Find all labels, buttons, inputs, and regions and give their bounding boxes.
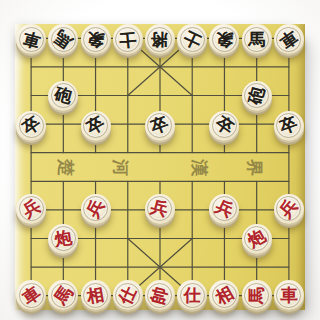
piece-character: 馬 <box>248 31 265 48</box>
board-point[interactable] <box>15 141 47 168</box>
board-point[interactable] <box>273 167 305 194</box>
piece-character: 馬 <box>51 27 75 51</box>
board-point[interactable] <box>15 167 47 194</box>
board-point[interactable] <box>112 194 144 224</box>
piece-character: 卒 <box>213 114 237 138</box>
piece-character: 將 <box>151 31 168 48</box>
board-point[interactable]: 士 <box>112 24 144 54</box>
piece-black-horse[interactable]: 馬 <box>48 24 78 54</box>
board-point[interactable] <box>241 254 273 281</box>
board-point[interactable] <box>208 167 240 194</box>
piece-red-advisor[interactable]: 仕 <box>177 280 207 310</box>
board-point[interactable] <box>144 81 176 111</box>
board-point[interactable]: 象 <box>79 24 111 54</box>
board-point[interactable] <box>79 224 111 254</box>
board-point[interactable]: 卒 <box>15 111 47 141</box>
board-point[interactable] <box>176 81 208 111</box>
xiangqi-board: 楚河 漢界 車馬象士將士象馬車砲砲卒卒卒卒卒兵兵兵兵兵炮炮車馬相仕帥仕相馬車 <box>15 24 305 310</box>
board-point[interactable]: 卒 <box>79 111 111 141</box>
piece-red-cannon[interactable]: 炮 <box>48 224 78 254</box>
piece-red-chariot[interactable]: 車 <box>16 280 46 310</box>
piece-black-elephant[interactable]: 象 <box>209 24 239 54</box>
piece-character: 士 <box>181 28 204 51</box>
board-point[interactable]: 仕 <box>176 280 208 310</box>
board-point[interactable] <box>144 254 176 281</box>
board-point[interactable] <box>47 254 79 281</box>
piece-character: 卒 <box>19 114 43 138</box>
board-point[interactable] <box>176 224 208 254</box>
piece-black-soldier[interactable]: 卒 <box>209 111 239 141</box>
board-point[interactable] <box>112 224 144 254</box>
board-point[interactable] <box>79 167 111 194</box>
board-point[interactable] <box>47 141 79 168</box>
piece-red-horse[interactable]: 馬 <box>242 280 272 310</box>
piece-character: 馬 <box>248 287 265 304</box>
board-point[interactable]: 砲 <box>241 81 273 111</box>
board-point[interactable]: 相 <box>208 280 240 310</box>
piece-character: 車 <box>19 283 43 307</box>
board-point[interactable] <box>47 167 79 194</box>
board-point[interactable] <box>144 167 176 194</box>
piece-red-cannon[interactable]: 炮 <box>242 224 272 254</box>
piece-black-advisor[interactable]: 士 <box>113 24 143 54</box>
board-point[interactable]: 兵 <box>273 194 305 224</box>
board-point[interactable] <box>47 194 79 224</box>
piece-red-horse[interactable]: 馬 <box>48 280 78 310</box>
board-point[interactable]: 兵 <box>144 194 176 224</box>
board-point[interactable]: 士 <box>176 24 208 54</box>
board-point[interactable] <box>15 254 47 281</box>
board-point[interactable] <box>112 141 144 168</box>
piece-character: 砲 <box>53 85 74 106</box>
piece-character: 車 <box>280 287 297 304</box>
board-point[interactable]: 車 <box>15 280 47 310</box>
piece-red-soldier[interactable]: 兵 <box>209 194 239 224</box>
board-point[interactable] <box>112 111 144 141</box>
piece-character: 卒 <box>149 115 171 137</box>
piece-red-soldier[interactable]: 兵 <box>145 194 175 224</box>
piece-black-soldier[interactable]: 卒 <box>145 111 175 141</box>
board-point[interactable] <box>176 111 208 141</box>
piece-character: 馬 <box>51 283 75 307</box>
piece-black-elephant[interactable]: 象 <box>81 24 111 54</box>
board-point[interactable] <box>15 54 47 81</box>
board-point[interactable] <box>15 81 47 111</box>
piece-character: 卒 <box>84 114 107 137</box>
board-point[interactable]: 象 <box>208 24 240 54</box>
piece-character: 兵 <box>84 197 107 220</box>
board-point[interactable] <box>273 54 305 81</box>
piece-character: 兵 <box>213 197 236 220</box>
board-point[interactable]: 炮 <box>47 224 79 254</box>
piece-character: 帥 <box>150 285 171 306</box>
board-point[interactable]: 帥 <box>144 280 176 310</box>
board-point[interactable] <box>273 81 305 111</box>
piece-black-soldier[interactable]: 卒 <box>274 111 304 141</box>
piece-character: 仕 <box>184 287 201 304</box>
board-point[interactable] <box>79 81 111 111</box>
board-point[interactable] <box>176 167 208 194</box>
piece-red-soldier[interactable]: 兵 <box>81 194 111 224</box>
board-point[interactable] <box>15 224 47 254</box>
board-point[interactable] <box>176 54 208 81</box>
piece-black-horse[interactable]: 馬 <box>242 24 272 54</box>
xiangqi-photo: 楚河 漢界 車馬象士將士象馬車砲砲卒卒卒卒卒兵兵兵兵兵炮炮車馬相仕帥仕相馬車 <box>0 0 320 320</box>
board-point[interactable] <box>79 54 111 81</box>
piece-black-advisor[interactable]: 士 <box>177 24 207 54</box>
board-point[interactable] <box>241 111 273 141</box>
board-point[interactable] <box>176 194 208 224</box>
board-point[interactable] <box>112 167 144 194</box>
piece-character: 卒 <box>278 115 300 137</box>
board-point[interactable]: 馬 <box>241 280 273 310</box>
piece-character: 砲 <box>246 85 267 106</box>
board-point[interactable]: 馬 <box>47 280 79 310</box>
piece-red-advisor[interactable]: 仕 <box>113 280 143 310</box>
piece-character: 兵 <box>277 197 301 221</box>
board-point[interactable] <box>273 141 305 168</box>
piece-red-chariot[interactable]: 車 <box>274 280 304 310</box>
board-point[interactable] <box>144 54 176 81</box>
piece-black-chariot[interactable]: 車 <box>16 24 46 54</box>
board-point[interactable]: 炮 <box>241 224 273 254</box>
piece-black-chariot[interactable]: 車 <box>274 24 304 54</box>
board-point[interactable] <box>273 254 305 281</box>
piece-black-general[interactable]: 將 <box>145 24 175 54</box>
board-point[interactable]: 車 <box>273 24 305 54</box>
board-point[interactable]: 馬 <box>241 24 273 54</box>
board-point[interactable] <box>112 81 144 111</box>
board-point[interactable]: 兵 <box>79 194 111 224</box>
piece-character: 兵 <box>150 198 171 219</box>
board-point[interactable] <box>144 141 176 168</box>
board-point[interactable] <box>112 254 144 281</box>
board-point[interactable] <box>208 254 240 281</box>
piece-character: 士 <box>119 30 137 48</box>
piece-character: 炮 <box>54 229 73 248</box>
board-point[interactable]: 車 <box>15 24 47 54</box>
piece-black-soldier[interactable]: 卒 <box>81 111 111 141</box>
piece-character: 相 <box>86 285 106 305</box>
board-point[interactable]: 卒 <box>144 111 176 141</box>
piece-character: 象 <box>215 30 233 48</box>
piece-red-general[interactable]: 帥 <box>145 280 175 310</box>
piece-character: 車 <box>21 29 42 50</box>
board-point[interactable] <box>79 254 111 281</box>
piece-black-cannon[interactable]: 砲 <box>48 81 78 111</box>
piece-black-soldier[interactable]: 卒 <box>16 111 46 141</box>
piece-red-soldier[interactable]: 兵 <box>274 194 304 224</box>
board-point[interactable]: 相 <box>79 280 111 310</box>
board-point[interactable]: 車 <box>273 280 305 310</box>
board-point[interactable] <box>79 141 111 168</box>
board-points: 車馬象士將士象馬車砲砲卒卒卒卒卒兵兵兵兵兵炮炮車馬相仕帥仕相馬車 <box>15 24 305 310</box>
piece-character: 相 <box>213 283 236 306</box>
board-point[interactable] <box>241 194 273 224</box>
board-point[interactable] <box>241 54 273 81</box>
piece-character: 象 <box>86 29 106 49</box>
board-point[interactable] <box>241 167 273 194</box>
board-point[interactable]: 卒 <box>208 111 240 141</box>
board-point[interactable]: 兵 <box>15 194 47 224</box>
board-point[interactable]: 仕 <box>112 280 144 310</box>
piece-character: 仕 <box>116 284 139 307</box>
piece-character: 車 <box>277 27 301 51</box>
board-point[interactable]: 將 <box>144 24 176 54</box>
board-point[interactable] <box>208 54 240 81</box>
board-point[interactable] <box>208 224 240 254</box>
board-point[interactable] <box>208 81 240 111</box>
board-point[interactable] <box>241 141 273 168</box>
board-point[interactable]: 馬 <box>47 24 79 54</box>
board-point[interactable] <box>47 111 79 141</box>
board-point[interactable]: 砲 <box>47 81 79 111</box>
board-point[interactable]: 卒 <box>273 111 305 141</box>
board-point[interactable] <box>47 54 79 81</box>
board-point[interactable] <box>144 224 176 254</box>
piece-black-cannon[interactable]: 砲 <box>242 81 272 111</box>
board-point[interactable] <box>176 254 208 281</box>
piece-character: 炮 <box>245 227 268 250</box>
board-point[interactable] <box>208 141 240 168</box>
piece-red-soldier[interactable]: 兵 <box>16 194 46 224</box>
board-point[interactable]: 兵 <box>208 194 240 224</box>
piece-red-elephant[interactable]: 相 <box>209 280 239 310</box>
piece-red-elephant[interactable]: 相 <box>81 280 111 310</box>
board-point[interactable] <box>176 141 208 168</box>
board-point[interactable] <box>273 224 305 254</box>
board-point[interactable] <box>112 54 144 81</box>
piece-character: 兵 <box>19 197 42 220</box>
